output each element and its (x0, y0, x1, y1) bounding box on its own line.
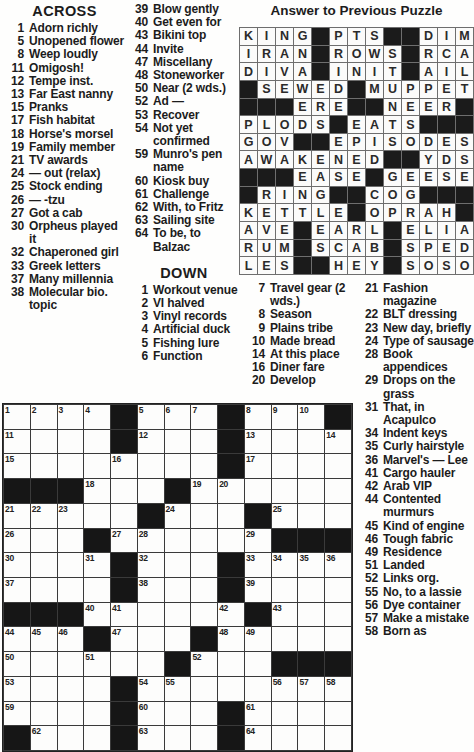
answer-title: Answer to Previous Puzzle (239, 3, 474, 18)
puzzle-cell[interactable] (58, 726, 84, 750)
answer-cell: E (294, 169, 311, 186)
clue-text: Drops on the grass (383, 374, 474, 400)
puzzle-cell[interactable] (298, 726, 324, 750)
puzzle-cell[interactable]: 47 (111, 627, 137, 651)
puzzle-cell[interactable]: 62 (31, 726, 57, 750)
puzzle-cell[interactable] (298, 504, 324, 528)
puzzle-cell[interactable]: 32 (138, 553, 164, 577)
puzzle-cell[interactable] (165, 578, 191, 602)
puzzle-cell[interactable]: 64 (245, 726, 271, 750)
puzzle-cell[interactable] (138, 652, 164, 676)
puzzle-cell[interactable] (58, 529, 84, 553)
answer-cell: N (294, 46, 311, 63)
puzzle-block (111, 553, 137, 577)
puzzle-cell[interactable]: 34 (272, 553, 298, 577)
puzzle-cell[interactable] (218, 652, 244, 676)
answer-cell: W (294, 81, 311, 98)
puzzle-cell[interactable] (84, 504, 110, 528)
answer-cell: V (276, 134, 293, 151)
puzzle-cell[interactable]: 48 (218, 627, 244, 651)
puzzle-cell[interactable] (325, 702, 351, 726)
puzzle-cell[interactable] (272, 726, 298, 750)
cell-number: 14 (326, 430, 335, 440)
puzzle-cell[interactable]: 44 (4, 627, 30, 651)
puzzle-cell[interactable] (31, 553, 57, 577)
puzzle-cell[interactable] (58, 553, 84, 577)
clue-text: Fashion magazine (383, 282, 474, 308)
answer-block (258, 99, 275, 116)
answer-block (330, 187, 347, 204)
answer-cell: P (420, 240, 437, 257)
puzzle-cell[interactable]: 25 (272, 504, 298, 528)
clue-text: Not yet confirmed (153, 122, 240, 148)
puzzle-block (218, 578, 244, 602)
puzzle-cell[interactable] (84, 454, 110, 478)
clue-text: Chaperoned girl (29, 246, 125, 259)
answer-cell: D (438, 151, 455, 168)
clue-8: 8Season (244, 308, 356, 321)
cell-number: 24 (166, 504, 175, 514)
puzzle-cell[interactable]: 16 (111, 454, 137, 478)
answer-block (384, 257, 401, 274)
puzzle-cell[interactable] (165, 702, 191, 726)
answer-cell: L (312, 204, 329, 221)
answer-cell: S (384, 134, 401, 151)
clue-58: 58Born as (357, 625, 474, 638)
puzzle-cell[interactable]: 56 (272, 677, 298, 701)
puzzle-block (218, 405, 244, 429)
clue-text: Fishing lure (153, 337, 240, 350)
answer-cell: I (438, 222, 455, 239)
cell-number: 63 (139, 726, 148, 736)
answer-cell: E (402, 222, 419, 239)
answer-cell: E (438, 81, 455, 98)
answer-block (312, 257, 329, 274)
puzzle-cell[interactable]: 22 (31, 504, 57, 528)
answer-cell: O (276, 116, 293, 133)
puzzle-block (111, 726, 137, 750)
puzzle-cell[interactable]: 26 (4, 529, 30, 553)
clue-number: 58 (357, 625, 378, 638)
puzzle-cell[interactable] (191, 726, 217, 750)
cell-number: 16 (112, 454, 121, 464)
puzzle-cell[interactable] (111, 479, 137, 503)
cell-number: 15 (5, 454, 14, 464)
answer-cell: R (258, 187, 275, 204)
puzzle-cell[interactable] (272, 627, 298, 651)
puzzle-cell[interactable] (325, 726, 351, 750)
puzzle-cell[interactable] (272, 479, 298, 503)
puzzle-cell[interactable]: 43 (272, 603, 298, 627)
puzzle-cell[interactable]: 49 (245, 627, 271, 651)
clue-text: Kiosk buy (153, 175, 240, 188)
clue-text: Horse's morsel (29, 128, 125, 141)
cell-number: 39 (246, 578, 255, 588)
puzzle-cell[interactable] (272, 454, 298, 478)
cell-number: 59 (5, 702, 14, 712)
puzzle-cell[interactable] (58, 454, 84, 478)
across-clue-column: ACROSS 1Adorn richly5Unopened flower8Wee… (4, 3, 125, 312)
puzzle-cell[interactable]: 31 (84, 553, 110, 577)
answer-cell: E (330, 134, 347, 151)
answer-block (312, 134, 329, 151)
puzzle-cell[interactable]: 2 (31, 405, 57, 429)
answer-block (384, 240, 401, 257)
puzzle-cell[interactable] (298, 603, 324, 627)
cell-number: 6 (166, 405, 170, 415)
answer-cell: O (366, 204, 383, 221)
puzzle-cell[interactable] (218, 677, 244, 701)
puzzle-cell[interactable]: 39 (245, 578, 271, 602)
puzzle-block (58, 479, 84, 503)
answer-block (258, 169, 275, 186)
puzzle-cell[interactable] (191, 677, 217, 701)
puzzle-cell[interactable]: 1 (4, 405, 30, 429)
clue-59: 59Munro's pen name (128, 148, 240, 174)
puzzle-cell[interactable] (272, 702, 298, 726)
answer-cell: A (240, 222, 257, 239)
cell-number: 11 (5, 430, 13, 440)
answer-cell: E (312, 222, 329, 239)
clue-text: Greek letters (29, 260, 125, 273)
puzzle-cell[interactable] (31, 652, 57, 676)
puzzle-cell[interactable] (165, 603, 191, 627)
puzzle-cell[interactable] (191, 529, 217, 553)
cell-number: 52 (192, 652, 201, 662)
puzzle-block (111, 677, 137, 701)
puzzle-cell[interactable] (84, 677, 110, 701)
puzzle-cell[interactable]: 53 (4, 677, 30, 701)
puzzle-cell[interactable] (58, 652, 84, 676)
answer-block (330, 116, 347, 133)
cell-number: 54 (139, 677, 148, 687)
puzzle-cell[interactable] (58, 702, 84, 726)
answer-cell: T (348, 28, 365, 45)
answer-cell: T (384, 63, 401, 80)
clue-text: New day, briefly (383, 322, 474, 335)
puzzle-cell[interactable] (191, 553, 217, 577)
answer-cell: I (438, 63, 455, 80)
cell-number: 1 (5, 405, 9, 415)
answer-cell: N (384, 99, 401, 116)
puzzle-cell[interactable] (325, 578, 351, 602)
puzzle-cell[interactable] (325, 479, 351, 503)
answer-cell: L (456, 63, 473, 80)
puzzle-cell[interactable]: 57 (298, 677, 324, 701)
answer-cell: S (312, 116, 329, 133)
puzzle-cell[interactable] (298, 702, 324, 726)
answer-cell: V (258, 222, 275, 239)
puzzle-cell[interactable] (191, 603, 217, 627)
puzzle-cell[interactable]: 24 (165, 504, 191, 528)
puzzle-cell[interactable]: 14 (325, 430, 351, 454)
puzzle-cell[interactable]: 60 (138, 702, 164, 726)
puzzle-cell[interactable]: 6 (165, 405, 191, 429)
answer-cell: I (258, 28, 275, 45)
puzzle-cell[interactable] (191, 504, 217, 528)
puzzle-cell[interactable] (245, 479, 271, 503)
puzzle-cell[interactable]: 63 (138, 726, 164, 750)
cell-number: 50 (5, 652, 14, 662)
puzzle-cell[interactable]: 10 (298, 405, 324, 429)
puzzle-cell[interactable] (218, 504, 244, 528)
clue-22: 22BLT dressing (357, 308, 474, 321)
answer-block (276, 99, 293, 116)
puzzle-cell[interactable] (218, 529, 244, 553)
puzzle-cell[interactable] (298, 430, 324, 454)
cell-number: 33 (246, 553, 255, 563)
puzzle-block (4, 603, 30, 627)
puzzle-cell[interactable] (31, 454, 57, 478)
answer-cell: G (312, 187, 329, 204)
answer-cell: E (276, 81, 293, 98)
answer-cell: D (420, 28, 437, 45)
cell-number: 38 (139, 578, 148, 588)
cell-number: 3 (59, 405, 63, 415)
puzzle-cell[interactable]: 42 (218, 603, 244, 627)
answer-cell: R (348, 222, 365, 239)
puzzle-cell[interactable]: 18 (84, 479, 110, 503)
puzzle-block (111, 430, 137, 454)
clue-number: 31 (357, 401, 378, 427)
puzzle-cell[interactable] (31, 677, 57, 701)
puzzle-cell[interactable] (84, 726, 110, 750)
answer-block (384, 151, 401, 168)
answer-cell: C (366, 187, 383, 204)
answer-cell: T (456, 81, 473, 98)
clue-53: 53Recover (128, 109, 240, 122)
puzzle-cell[interactable] (111, 652, 137, 676)
puzzle-cell[interactable]: 5 (138, 405, 164, 429)
puzzle-cell[interactable]: 51 (84, 652, 110, 676)
answer-cell: A (312, 169, 329, 186)
answer-block (456, 116, 473, 133)
puzzle-cell[interactable] (138, 454, 164, 478)
clue-text: Develop (270, 374, 356, 387)
cell-number: 4 (85, 405, 89, 415)
answer-block (456, 204, 473, 221)
puzzle-cell[interactable] (165, 726, 191, 750)
answer-cell: I (258, 63, 275, 80)
puzzle-cell[interactable] (191, 702, 217, 726)
puzzle-cell[interactable] (191, 454, 217, 478)
answer-cell: H (330, 257, 347, 274)
puzzle-cell[interactable]: 19 (191, 479, 217, 503)
puzzle-block (31, 479, 57, 503)
puzzle-cell[interactable] (191, 578, 217, 602)
puzzle-cell[interactable]: 27 (111, 529, 137, 553)
answer-cell: E (402, 99, 419, 116)
puzzle-cell[interactable]: 45 (31, 627, 57, 651)
puzzle-cell[interactable]: 11 (4, 430, 30, 454)
puzzle-cell[interactable]: 3 (58, 405, 84, 429)
puzzle-cell[interactable]: 17 (245, 454, 271, 478)
clue-number: 21 (357, 282, 378, 308)
cell-number: 34 (273, 553, 282, 563)
answer-block (312, 28, 329, 45)
puzzle-cell[interactable]: 41 (111, 603, 137, 627)
puzzle-block (4, 726, 30, 750)
puzzle-cell[interactable]: 59 (4, 702, 30, 726)
puzzle-cell[interactable]: 38 (138, 578, 164, 602)
puzzle-cell[interactable] (84, 578, 110, 602)
puzzle-cell[interactable] (191, 430, 217, 454)
cell-number: 8 (246, 405, 250, 415)
puzzle-cell[interactable] (165, 553, 191, 577)
down-clues-col1: 1Workout venue2VI halved3Vinyl records4A… (128, 284, 240, 363)
clue-text: Ad — (153, 95, 240, 108)
clue-number: 29 (357, 374, 378, 400)
cell-number: 43 (273, 603, 282, 613)
puzzle-cell[interactable] (31, 578, 57, 602)
puzzle-cell[interactable] (138, 627, 164, 651)
puzzle-cell[interactable] (31, 529, 57, 553)
puzzle-cell[interactable] (298, 578, 324, 602)
puzzle-cell[interactable]: 35 (298, 553, 324, 577)
clue-number: 44 (357, 493, 378, 519)
puzzle-cell[interactable] (138, 603, 164, 627)
answer-block (402, 28, 419, 45)
clue-8: 8Weep loudly (4, 48, 125, 61)
puzzle-cell[interactable]: 37 (4, 578, 30, 602)
puzzle-cell[interactable] (31, 702, 57, 726)
puzzle-cell[interactable] (165, 454, 191, 478)
puzzle-cell[interactable]: 13 (245, 430, 271, 454)
puzzle-cell[interactable] (58, 578, 84, 602)
clue-28: 28Book appendices (357, 348, 474, 374)
answer-block (294, 134, 311, 151)
puzzle-cell[interactable]: 52 (191, 652, 217, 676)
answer-cell: O (258, 134, 275, 151)
clue-text: That, in Acapulco (383, 401, 474, 427)
puzzle-cell[interactable]: 58 (325, 677, 351, 701)
clue-35: 35Curly hairstyle (357, 440, 474, 453)
cell-number: 35 (299, 553, 308, 563)
answer-cell: E (312, 151, 329, 168)
answer-cell: M (366, 81, 383, 98)
answer-cell: A (276, 46, 293, 63)
answer-cell: L (258, 116, 275, 133)
puzzle-cell[interactable]: 40 (84, 603, 110, 627)
clue-52: 52Links org. (357, 572, 474, 585)
puzzle-cell[interactable]: 20 (218, 479, 244, 503)
puzzle-cell[interactable] (298, 454, 324, 478)
clue-text: Bikini top (153, 29, 240, 42)
answer-cell: E (402, 169, 419, 186)
puzzle-cell[interactable] (84, 430, 110, 454)
puzzle-cell[interactable] (31, 430, 57, 454)
cell-number: 62 (32, 726, 41, 736)
clue-text: Stock ending (29, 180, 125, 193)
puzzle-cell[interactable]: 8 (245, 405, 271, 429)
puzzle-cell[interactable]: 21 (4, 504, 30, 528)
answer-cell: I (276, 187, 293, 204)
puzzle-cell[interactable]: 55 (165, 677, 191, 701)
puzzle-cell[interactable] (84, 702, 110, 726)
cell-number: 12 (139, 430, 148, 440)
puzzle-cell[interactable] (245, 652, 271, 676)
clue-number: 44 (128, 43, 148, 56)
puzzle-cell[interactable] (325, 504, 351, 528)
cell-number: 64 (246, 726, 255, 736)
clue-54: 54Not yet confirmed (128, 122, 240, 148)
clue-text: Book appendices (383, 348, 474, 374)
clue-number: 45 (357, 520, 378, 533)
clue-55: 55No, to a lassie (357, 586, 474, 599)
puzzle-cell[interactable]: 7 (191, 405, 217, 429)
puzzle-cell[interactable] (138, 479, 164, 503)
puzzle-cell[interactable] (58, 430, 84, 454)
puzzle-cell[interactable] (165, 627, 191, 651)
clue-text: Travel gear (2 wds.) (270, 282, 356, 308)
puzzle-cell[interactable]: 50 (4, 652, 30, 676)
across-header: ACROSS (4, 3, 125, 19)
clue-text: Invite (153, 43, 240, 56)
answer-cell: P (348, 134, 365, 151)
puzzle-cell[interactable]: 29 (245, 529, 271, 553)
puzzle-block (298, 529, 324, 553)
answer-block (366, 99, 383, 116)
puzzle-cell[interactable] (58, 677, 84, 701)
puzzle-cell[interactable]: 33 (245, 553, 271, 577)
puzzle-block (218, 430, 244, 454)
puzzle-cell[interactable] (325, 603, 351, 627)
answer-block (402, 46, 419, 63)
puzzle-cell[interactable]: 4 (84, 405, 110, 429)
cell-number: 17 (246, 454, 255, 464)
puzzle-block (245, 504, 271, 528)
puzzle-cell[interactable] (111, 504, 137, 528)
clue-64: 64To be, to Balzac (128, 227, 240, 253)
puzzle-cell[interactable]: 23 (58, 504, 84, 528)
answer-cell: D (456, 240, 473, 257)
puzzle-cell[interactable]: 36 (325, 553, 351, 577)
cell-number: 55 (166, 677, 175, 687)
puzzle-block (218, 553, 244, 577)
answer-cell: R (240, 240, 257, 257)
puzzle-grid[interactable]: 1234567891011121314151617181920212223242… (2, 403, 353, 752)
puzzle-cell[interactable]: 46 (58, 627, 84, 651)
puzzle-cell[interactable]: 28 (138, 529, 164, 553)
puzzle-cell[interactable] (245, 677, 271, 701)
puzzle-block (165, 479, 191, 503)
clue-text: BLT dressing (383, 308, 474, 321)
clue-43: 43Bikini top (128, 29, 240, 42)
puzzle-cell[interactable] (272, 430, 298, 454)
answer-cell: G (240, 134, 257, 151)
puzzle-cell[interactable] (272, 578, 298, 602)
puzzle-cell[interactable]: 30 (4, 553, 30, 577)
puzzle-cell[interactable]: 9 (272, 405, 298, 429)
puzzle-cell[interactable]: 12 (138, 430, 164, 454)
answer-cell: A (456, 222, 473, 239)
puzzle-cell[interactable]: 15 (4, 454, 30, 478)
cell-number: 13 (246, 430, 255, 440)
answer-block (240, 187, 257, 204)
puzzle-cell[interactable] (325, 627, 351, 651)
puzzle-cell[interactable] (165, 529, 191, 553)
clue-text: Born as (383, 625, 474, 638)
puzzle-cell[interactable] (298, 479, 324, 503)
answer-cell: W (258, 151, 275, 168)
puzzle-cell[interactable]: 54 (138, 677, 164, 701)
puzzle-cell[interactable] (165, 430, 191, 454)
answer-cell: R (402, 204, 419, 221)
puzzle-cell[interactable]: 61 (245, 702, 271, 726)
puzzle-block (58, 603, 84, 627)
puzzle-cell[interactable] (325, 454, 351, 478)
puzzle-cell[interactable] (298, 627, 324, 651)
